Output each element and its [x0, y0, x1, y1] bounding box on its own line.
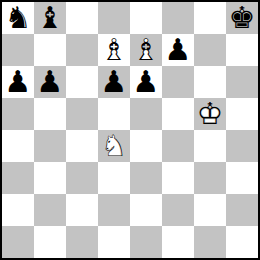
square-c5[interactable] [66, 98, 98, 130]
square-h6[interactable] [226, 66, 258, 98]
square-a1[interactable] [2, 226, 34, 258]
square-g7[interactable] [194, 34, 226, 66]
square-b3[interactable] [34, 162, 66, 194]
white-king-outline-layer: ♔ [194, 98, 226, 130]
square-f1[interactable] [162, 226, 194, 258]
black-bishop-glyph: ♝ [34, 2, 66, 34]
square-b1[interactable] [34, 226, 66, 258]
square-a3[interactable] [2, 162, 34, 194]
square-f8[interactable] [162, 2, 194, 34]
black-pawn: ♟ [2, 66, 34, 98]
square-e3[interactable] [130, 162, 162, 194]
square-c6[interactable] [66, 66, 98, 98]
white-bishop: ♝♗ [130, 34, 162, 66]
square-d5[interactable] [98, 98, 130, 130]
square-e6[interactable]: ♟ [130, 66, 162, 98]
white-bishop-outline-layer: ♗ [98, 34, 130, 66]
chess-board: ♞♝♚♝♗♝♗♟♟♟♟♟♚♔♞♘ [0, 0, 260, 260]
square-h4[interactable] [226, 130, 258, 162]
black-knight-glyph: ♞ [2, 2, 34, 34]
square-f5[interactable] [162, 98, 194, 130]
square-f7[interactable]: ♟ [162, 34, 194, 66]
square-b2[interactable] [34, 194, 66, 226]
square-d6[interactable]: ♟ [98, 66, 130, 98]
black-king: ♚ [226, 2, 258, 34]
black-pawn: ♟ [34, 66, 66, 98]
square-g2[interactable] [194, 194, 226, 226]
square-c8[interactable] [66, 2, 98, 34]
square-d3[interactable] [98, 162, 130, 194]
square-c1[interactable] [66, 226, 98, 258]
black-king-glyph: ♚ [226, 2, 258, 34]
square-e5[interactable] [130, 98, 162, 130]
square-e1[interactable] [130, 226, 162, 258]
square-b6[interactable]: ♟ [34, 66, 66, 98]
square-g8[interactable] [194, 2, 226, 34]
square-a7[interactable] [2, 34, 34, 66]
black-pawn-glyph: ♟ [162, 34, 194, 66]
square-g5[interactable]: ♚♔ [194, 98, 226, 130]
black-pawn-glyph: ♟ [98, 66, 130, 98]
square-d7[interactable]: ♝♗ [98, 34, 130, 66]
square-h5[interactable] [226, 98, 258, 130]
square-b4[interactable] [34, 130, 66, 162]
square-g1[interactable] [194, 226, 226, 258]
square-a8[interactable]: ♞ [2, 2, 34, 34]
square-a5[interactable] [2, 98, 34, 130]
square-f2[interactable] [162, 194, 194, 226]
black-pawn-glyph: ♟ [34, 66, 66, 98]
square-g6[interactable] [194, 66, 226, 98]
square-b5[interactable] [34, 98, 66, 130]
white-knight: ♞♘ [98, 130, 130, 162]
square-g3[interactable] [194, 162, 226, 194]
square-e8[interactable] [130, 2, 162, 34]
black-pawn: ♟ [130, 66, 162, 98]
square-g4[interactable] [194, 130, 226, 162]
square-e2[interactable] [130, 194, 162, 226]
square-f6[interactable] [162, 66, 194, 98]
square-c2[interactable] [66, 194, 98, 226]
square-a2[interactable] [2, 194, 34, 226]
square-e4[interactable] [130, 130, 162, 162]
square-d1[interactable] [98, 226, 130, 258]
square-c4[interactable] [66, 130, 98, 162]
black-knight: ♞ [2, 2, 34, 34]
black-pawn: ♟ [98, 66, 130, 98]
square-d8[interactable] [98, 2, 130, 34]
black-bishop: ♝ [34, 2, 66, 34]
square-c7[interactable] [66, 34, 98, 66]
square-a4[interactable] [2, 130, 34, 162]
square-d4[interactable]: ♞♘ [98, 130, 130, 162]
square-f3[interactable] [162, 162, 194, 194]
square-d2[interactable] [98, 194, 130, 226]
black-pawn-glyph: ♟ [2, 66, 34, 98]
square-h3[interactable] [226, 162, 258, 194]
square-h8[interactable]: ♚ [226, 2, 258, 34]
square-h7[interactable] [226, 34, 258, 66]
white-king: ♚♔ [194, 98, 226, 130]
white-bishop: ♝♗ [98, 34, 130, 66]
square-c3[interactable] [66, 162, 98, 194]
square-b8[interactable]: ♝ [34, 2, 66, 34]
black-pawn: ♟ [162, 34, 194, 66]
square-f4[interactable] [162, 130, 194, 162]
square-h1[interactable] [226, 226, 258, 258]
square-e7[interactable]: ♝♗ [130, 34, 162, 66]
black-pawn-glyph: ♟ [130, 66, 162, 98]
square-h2[interactable] [226, 194, 258, 226]
white-knight-outline-layer: ♘ [98, 130, 130, 162]
square-a6[interactable]: ♟ [2, 66, 34, 98]
square-b7[interactable] [34, 34, 66, 66]
white-bishop-outline-layer: ♗ [130, 34, 162, 66]
